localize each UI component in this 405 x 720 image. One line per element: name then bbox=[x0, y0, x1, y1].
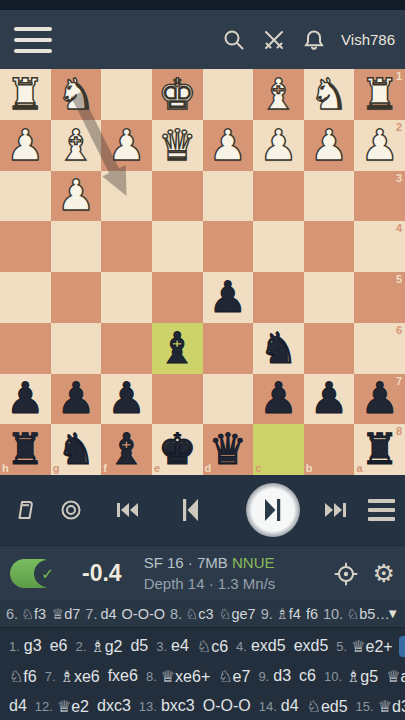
square-d4[interactable] bbox=[203, 221, 254, 272]
rank-label-7: 7 bbox=[396, 376, 402, 387]
nnue-badge: NNUE bbox=[232, 554, 275, 571]
menu-icon[interactable] bbox=[14, 27, 52, 53]
move[interactable]: d5 bbox=[130, 637, 148, 655]
move[interactable]: ♕d7 bbox=[51, 606, 80, 622]
file-label-e: e bbox=[154, 463, 160, 474]
toggle-check-icon: ✓ bbox=[34, 560, 61, 587]
move-number: 10. bbox=[323, 606, 343, 622]
square-c4[interactable] bbox=[253, 221, 304, 272]
move[interactable]: ♗xe6 bbox=[60, 667, 100, 686]
next-move-button[interactable] bbox=[250, 487, 296, 533]
square-f1[interactable] bbox=[101, 69, 152, 120]
square-c2[interactable]: ♟ bbox=[253, 120, 304, 171]
move[interactable]: exd5 bbox=[294, 637, 329, 655]
square-f8[interactable]: ♝f bbox=[101, 424, 152, 475]
move-number: 14. bbox=[259, 699, 277, 714]
square-a4[interactable]: 4 bbox=[354, 221, 405, 272]
move-number: 13. bbox=[139, 699, 157, 714]
black-pawn: ♟ bbox=[107, 377, 146, 420]
square-e5[interactable] bbox=[152, 272, 203, 323]
square-d8[interactable]: ♛d bbox=[203, 424, 254, 475]
square-e3[interactable] bbox=[152, 171, 203, 222]
square-g3[interactable]: ♟ bbox=[51, 171, 102, 222]
square-e1[interactable]: ♚ bbox=[152, 69, 203, 120]
first-move-button[interactable] bbox=[105, 487, 151, 533]
square-a1[interactable]: ♜1 bbox=[354, 69, 405, 120]
move[interactable]: ♘ge7 bbox=[218, 606, 255, 622]
black-pawn: ♟ bbox=[310, 377, 349, 420]
white-pawn: ♟ bbox=[57, 174, 96, 217]
engine-best-line[interactable]: 6.♘f3♕d77.d4O-O-O8.♘c3♘ge79.♗f4f610.♘b5…… bbox=[0, 600, 405, 628]
bell-icon[interactable] bbox=[301, 27, 327, 53]
white-bishop: ♝ bbox=[57, 124, 96, 167]
move[interactable]: ♗e6 bbox=[399, 636, 405, 657]
square-b5[interactable] bbox=[304, 272, 355, 323]
file-label-c: c bbox=[255, 463, 261, 474]
move[interactable]: ♘c3 bbox=[185, 606, 213, 622]
white-pawn: ♟ bbox=[107, 124, 146, 167]
square-d5[interactable]: ♟ bbox=[203, 272, 254, 323]
square-a5[interactable]: 5 bbox=[354, 272, 405, 323]
square-a3[interactable]: 3 bbox=[354, 171, 405, 222]
move-list-line-2: ♘f67.♗xe6fxe68.♕xe6+♘e79.d3c610.♗g5♕a5+1… bbox=[9, 666, 396, 686]
rank-label-1: 1 bbox=[396, 71, 402, 82]
move-number: 15. bbox=[356, 699, 374, 714]
white-knight: ♞ bbox=[57, 73, 96, 116]
move[interactable]: ♕e2+ bbox=[351, 637, 392, 656]
square-d7[interactable] bbox=[203, 374, 254, 425]
square-a8[interactable]: ♜8a bbox=[354, 424, 405, 475]
square-h4[interactable] bbox=[0, 221, 51, 272]
move-number: 4. bbox=[236, 639, 247, 654]
move-number: 3. bbox=[156, 639, 167, 654]
move-number: 9. bbox=[258, 669, 269, 684]
engine-name: SF 16 · 7MB bbox=[144, 554, 228, 571]
square-d2[interactable]: ♟ bbox=[203, 120, 254, 171]
move[interactable]: O-O-O bbox=[203, 697, 251, 715]
black-knight: ♞ bbox=[57, 428, 96, 471]
square-g6[interactable] bbox=[51, 323, 102, 374]
square-h5[interactable] bbox=[0, 272, 51, 323]
square-g8[interactable]: ♞g bbox=[51, 424, 102, 475]
black-pawn: ♟ bbox=[57, 377, 96, 420]
move-list: 1.g3e62.♗g2d53.e4♘c64.exd5exd55.♕e2+♗e66… bbox=[0, 628, 405, 720]
square-c8[interactable]: c bbox=[253, 424, 304, 475]
previous-icon bbox=[178, 497, 202, 523]
next-icon bbox=[261, 497, 285, 523]
move[interactable]: exd5 bbox=[251, 637, 286, 655]
square-d6[interactable] bbox=[203, 323, 254, 374]
opening-book-button[interactable] bbox=[2, 487, 48, 533]
engine-toggle[interactable]: ✓ bbox=[10, 559, 56, 588]
move-number: 8. bbox=[146, 669, 157, 684]
move-number: 1. bbox=[9, 639, 20, 654]
black-bishop: ♝ bbox=[107, 428, 146, 471]
square-h8[interactable]: ♜h bbox=[0, 424, 51, 475]
move-number: 9. bbox=[261, 606, 273, 622]
square-b8[interactable]: b bbox=[304, 424, 355, 475]
square-a6[interactable]: 6 bbox=[354, 323, 405, 374]
rank-label-6: 6 bbox=[396, 325, 402, 336]
app-bar: Vish786 bbox=[0, 10, 405, 69]
square-h6[interactable] bbox=[0, 323, 51, 374]
move-number: 8. bbox=[170, 606, 182, 622]
move[interactable]: ♕xe6+ bbox=[161, 667, 210, 686]
square-g5[interactable] bbox=[51, 272, 102, 323]
move-number: 6. bbox=[6, 606, 18, 622]
move-number: 2. bbox=[75, 639, 86, 654]
move-number: 12. bbox=[35, 699, 53, 714]
move-number: 7. bbox=[45, 669, 56, 684]
move-number: 10. bbox=[324, 669, 342, 684]
square-b6[interactable] bbox=[304, 323, 355, 374]
file-label-d: d bbox=[205, 463, 212, 474]
square-g1[interactable]: ♞ bbox=[51, 69, 102, 120]
white-knight: ♞ bbox=[310, 73, 349, 116]
square-c3[interactable] bbox=[253, 171, 304, 222]
white-pawn: ♟ bbox=[310, 124, 349, 167]
menu-bars-icon bbox=[368, 499, 395, 521]
white-queen: ♛ bbox=[158, 124, 197, 167]
file-label-h: h bbox=[2, 463, 9, 474]
square-b1[interactable]: ♞ bbox=[304, 69, 355, 120]
settings-gear-icon[interactable]: ⚙ bbox=[373, 559, 395, 588]
move-list-menu-button[interactable] bbox=[358, 487, 404, 533]
white-rook: ♜ bbox=[360, 73, 399, 116]
square-f6[interactable] bbox=[101, 323, 152, 374]
rank-label-2: 2 bbox=[396, 122, 402, 133]
square-c7[interactable]: ♟ bbox=[253, 374, 304, 425]
square-e8[interactable]: ♚e bbox=[152, 424, 203, 475]
move-number: 7. bbox=[85, 606, 97, 622]
move[interactable]: ♘e7 bbox=[218, 667, 250, 686]
previous-move-button[interactable] bbox=[167, 487, 213, 533]
square-e7[interactable] bbox=[152, 374, 203, 425]
move[interactable]: ♗f4 bbox=[276, 606, 301, 622]
black-knight: ♞ bbox=[259, 327, 298, 370]
move[interactable]: e4 bbox=[171, 637, 189, 655]
square-f7[interactable]: ♟ bbox=[101, 374, 152, 425]
square-e2[interactable]: ♛ bbox=[152, 120, 203, 171]
move[interactable]: O-O-O bbox=[122, 606, 166, 622]
move[interactable]: ♘b5… bbox=[346, 606, 390, 622]
move[interactable]: ♘f3 bbox=[21, 606, 46, 622]
move[interactable]: ♕d3 bbox=[378, 697, 405, 716]
move[interactable]: d4 bbox=[9, 697, 27, 715]
rank-label-4: 4 bbox=[396, 223, 402, 234]
engine-info: SF 16 · 7MB NNUE Depth 14 · 1.3 Mn/s bbox=[144, 553, 276, 594]
black-pawn: ♟ bbox=[259, 377, 298, 420]
square-h3[interactable] bbox=[0, 171, 51, 222]
square-h2[interactable]: ♟ bbox=[0, 120, 51, 171]
expand-line-icon[interactable]: ▼ bbox=[386, 606, 399, 621]
square-f3[interactable] bbox=[101, 171, 152, 222]
white-pawn: ♟ bbox=[6, 124, 45, 167]
rings-icon bbox=[59, 498, 83, 522]
black-pawn: ♟ bbox=[209, 276, 248, 319]
move[interactable]: d4 bbox=[281, 697, 299, 715]
username[interactable]: Vish786 bbox=[341, 31, 397, 48]
square-a2[interactable]: ♟2 bbox=[354, 120, 405, 171]
black-bishop: ♝ bbox=[158, 327, 197, 370]
rank-label-5: 5 bbox=[396, 274, 402, 285]
move[interactable]: ♗g2 bbox=[90, 637, 122, 656]
engine-panel: ✓ -0.4 SF 16 · 7MB NNUE Depth 14 · 1.3 M… bbox=[0, 545, 405, 601]
white-pawn: ♟ bbox=[209, 124, 248, 167]
move[interactable]: ♘c6 bbox=[197, 637, 228, 656]
square-c6[interactable]: ♞ bbox=[253, 323, 304, 374]
square-f5[interactable] bbox=[101, 272, 152, 323]
square-h1[interactable]: ♜ bbox=[0, 69, 51, 120]
move[interactable]: c6 bbox=[299, 667, 316, 685]
square-b2[interactable]: ♟ bbox=[304, 120, 355, 171]
square-b7[interactable]: ♟ bbox=[304, 374, 355, 425]
analysis-controls bbox=[0, 475, 405, 545]
move[interactable]: bxc3 bbox=[161, 697, 195, 715]
move[interactable]: ♘ed5 bbox=[307, 697, 348, 716]
white-rook: ♜ bbox=[6, 73, 45, 116]
move[interactable]: ♕a5+ bbox=[386, 667, 405, 686]
square-e4[interactable] bbox=[152, 221, 203, 272]
black-rook: ♜ bbox=[6, 428, 45, 471]
search-icon[interactable] bbox=[221, 27, 247, 53]
square-d1[interactable] bbox=[203, 69, 254, 120]
square-f2[interactable]: ♟ bbox=[101, 120, 152, 171]
move[interactable]: g3 bbox=[24, 637, 42, 655]
black-queen: ♛ bbox=[209, 428, 248, 471]
square-d3[interactable] bbox=[203, 171, 254, 222]
square-e6[interactable]: ♝ bbox=[152, 323, 203, 374]
rank-label-3: 3 bbox=[396, 173, 402, 184]
white-bishop: ♝ bbox=[259, 73, 298, 116]
black-pawn: ♟ bbox=[6, 377, 45, 420]
move[interactable]: ♗g5 bbox=[346, 667, 378, 686]
move[interactable]: ♘f6 bbox=[9, 667, 37, 686]
square-g4[interactable] bbox=[51, 221, 102, 272]
white-king: ♚ bbox=[158, 73, 197, 116]
move[interactable]: d4 bbox=[100, 606, 116, 622]
square-c1[interactable]: ♝ bbox=[253, 69, 304, 120]
focus-target-icon[interactable] bbox=[333, 561, 359, 587]
move[interactable]: d3 bbox=[273, 667, 291, 685]
depth-info: Depth 14 · 1.3 Mn/s bbox=[144, 574, 276, 594]
square-b3[interactable] bbox=[304, 171, 355, 222]
black-rook: ♜ bbox=[360, 428, 399, 471]
square-g7[interactable]: ♟ bbox=[51, 374, 102, 425]
white-pawn: ♟ bbox=[360, 124, 399, 167]
move[interactable]: ♕e2 bbox=[57, 697, 89, 716]
rank-label-8: 8 bbox=[396, 426, 402, 437]
square-f4[interactable] bbox=[101, 221, 152, 272]
black-pawn: ♟ bbox=[360, 377, 399, 420]
move-list-line-1: 1.g3e62.♗g2d53.e4♘c64.exd5exd55.♕e2+♗e66… bbox=[9, 636, 396, 656]
square-b4[interactable] bbox=[304, 221, 355, 272]
practice-button[interactable] bbox=[48, 487, 94, 533]
square-a7[interactable]: ♟7 bbox=[354, 374, 405, 425]
move[interactable]: f6 bbox=[306, 606, 318, 622]
square-h7[interactable]: ♟ bbox=[0, 374, 51, 425]
status-bar bbox=[0, 0, 405, 10]
crossed-swords-icon[interactable] bbox=[261, 27, 287, 53]
move-number: 5. bbox=[336, 639, 347, 654]
square-c5[interactable] bbox=[253, 272, 304, 323]
move[interactable]: fxe6 bbox=[108, 667, 138, 685]
file-label-f: f bbox=[103, 463, 107, 474]
skip-to-start-icon bbox=[115, 501, 141, 519]
white-pawn: ♟ bbox=[259, 124, 298, 167]
move-list-line-3: d412.♕e2dxc313.bxc3O-O-O14.d4♘ed515.♕d3♗… bbox=[9, 696, 396, 716]
chess-board[interactable]: ♜♞♚♝♞♜1♟♝♟♛♟♟♟♟2♟34♟5♝♞6♟♟♟♟♟♟7♜h♞g♝f♚e♛… bbox=[0, 69, 405, 475]
black-king: ♚ bbox=[158, 428, 197, 471]
file-label-b: b bbox=[306, 463, 313, 474]
skip-to-end-icon bbox=[322, 501, 348, 519]
square-g2[interactable]: ♝ bbox=[51, 120, 102, 171]
file-label-g: g bbox=[53, 463, 60, 474]
book-icon bbox=[13, 498, 37, 522]
move[interactable]: dxc3 bbox=[97, 697, 131, 715]
move[interactable]: e6 bbox=[50, 637, 68, 655]
file-label-a: a bbox=[356, 463, 362, 474]
last-move-button[interactable] bbox=[312, 487, 358, 533]
evaluation: -0.4 bbox=[82, 560, 122, 587]
